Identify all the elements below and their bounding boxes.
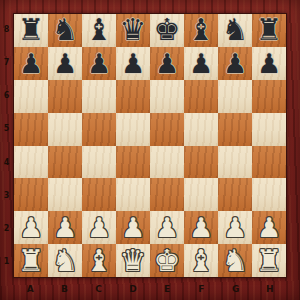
rank-label-3: 3 xyxy=(0,179,13,212)
square-h7[interactable]: ♟ xyxy=(252,47,286,80)
piece-white-pawn: ♟ xyxy=(87,214,111,241)
square-e8[interactable]: ♚ xyxy=(150,14,184,47)
square-g1[interactable]: ♞ xyxy=(218,244,252,277)
piece-black-king: ♚ xyxy=(154,15,181,45)
piece-black-knight: ♞ xyxy=(52,15,79,45)
piece-white-queen: ♛ xyxy=(120,246,147,276)
piece-black-pawn: ♟ xyxy=(53,50,77,77)
piece-white-pawn: ♟ xyxy=(121,214,145,241)
square-g2[interactable]: ♟ xyxy=(218,211,252,244)
square-e5[interactable] xyxy=(150,113,184,146)
piece-black-bishop: ♝ xyxy=(188,15,215,45)
piece-black-pawn: ♟ xyxy=(223,50,247,77)
square-c1[interactable]: ♝ xyxy=(82,244,116,277)
file-label-g: G xyxy=(219,278,253,300)
piece-white-bishop: ♝ xyxy=(86,246,113,276)
square-d7[interactable]: ♟ xyxy=(116,47,150,80)
piece-black-rook: ♜ xyxy=(18,15,45,45)
file-label-b: B xyxy=(47,278,81,300)
piece-black-pawn: ♟ xyxy=(257,50,281,77)
piece-white-king: ♚ xyxy=(154,246,181,276)
square-h2[interactable]: ♟ xyxy=(252,211,286,244)
piece-white-pawn: ♟ xyxy=(189,214,213,241)
square-c3[interactable] xyxy=(82,178,116,211)
square-f6[interactable] xyxy=(184,80,218,113)
square-g6[interactable] xyxy=(218,80,252,113)
square-g4[interactable] xyxy=(218,146,252,179)
square-b3[interactable] xyxy=(48,178,82,211)
square-a7[interactable]: ♟ xyxy=(14,47,48,80)
square-f5[interactable] xyxy=(184,113,218,146)
square-g5[interactable] xyxy=(218,113,252,146)
square-d3[interactable] xyxy=(116,178,150,211)
piece-black-pawn: ♟ xyxy=(189,50,213,77)
rank-label-7: 7 xyxy=(0,46,13,79)
square-d4[interactable] xyxy=(116,146,150,179)
square-f3[interactable] xyxy=(184,178,218,211)
piece-white-rook: ♜ xyxy=(256,246,283,276)
square-e7[interactable]: ♟ xyxy=(150,47,184,80)
square-d2[interactable]: ♟ xyxy=(116,211,150,244)
square-h3[interactable] xyxy=(252,178,286,211)
square-c8[interactable]: ♝ xyxy=(82,14,116,47)
square-b4[interactable] xyxy=(48,146,82,179)
piece-black-queen: ♛ xyxy=(120,15,147,45)
square-h5[interactable] xyxy=(252,113,286,146)
square-a4[interactable] xyxy=(14,146,48,179)
piece-black-pawn: ♟ xyxy=(155,50,179,77)
rank-label-4: 4 xyxy=(0,146,13,179)
square-e1[interactable]: ♚ xyxy=(150,244,184,277)
square-f8[interactable]: ♝ xyxy=(184,14,218,47)
square-c6[interactable] xyxy=(82,80,116,113)
piece-white-pawn: ♟ xyxy=(223,214,247,241)
piece-white-knight: ♞ xyxy=(222,246,249,276)
square-e3[interactable] xyxy=(150,178,184,211)
square-f4[interactable] xyxy=(184,146,218,179)
file-label-h: H xyxy=(253,278,287,300)
square-d5[interactable] xyxy=(116,113,150,146)
rank-label-5: 5 xyxy=(0,112,13,145)
square-c7[interactable]: ♟ xyxy=(82,47,116,80)
rank-label-2: 2 xyxy=(0,212,13,245)
piece-black-rook: ♜ xyxy=(256,15,283,45)
square-h8[interactable]: ♜ xyxy=(252,14,286,47)
piece-black-bishop: ♝ xyxy=(86,15,113,45)
piece-white-bishop: ♝ xyxy=(188,246,215,276)
file-label-c: C xyxy=(82,278,116,300)
rank-label-8: 8 xyxy=(0,13,13,46)
square-g7[interactable]: ♟ xyxy=(218,47,252,80)
square-d1[interactable]: ♛ xyxy=(116,244,150,277)
square-b5[interactable] xyxy=(48,113,82,146)
rank-label-1: 1 xyxy=(0,245,13,278)
square-b2[interactable]: ♟ xyxy=(48,211,82,244)
square-c4[interactable] xyxy=(82,146,116,179)
square-e2[interactable]: ♟ xyxy=(150,211,184,244)
square-d8[interactable]: ♛ xyxy=(116,14,150,47)
piece-black-pawn: ♟ xyxy=(121,50,145,77)
square-a8[interactable]: ♜ xyxy=(14,14,48,47)
square-e6[interactable] xyxy=(150,80,184,113)
file-labels: ABCDEFGH xyxy=(13,278,287,300)
square-f2[interactable]: ♟ xyxy=(184,211,218,244)
square-f1[interactable]: ♝ xyxy=(184,244,218,277)
piece-white-pawn: ♟ xyxy=(53,214,77,241)
piece-black-pawn: ♟ xyxy=(19,50,43,77)
square-b6[interactable] xyxy=(48,80,82,113)
file-label-d: D xyxy=(116,278,150,300)
piece-white-pawn: ♟ xyxy=(257,214,281,241)
square-d6[interactable] xyxy=(116,80,150,113)
square-a5[interactable] xyxy=(14,113,48,146)
square-c5[interactable] xyxy=(82,113,116,146)
file-label-a: A xyxy=(13,278,47,300)
square-f7[interactable]: ♟ xyxy=(184,47,218,80)
file-label-e: E xyxy=(150,278,184,300)
square-c2[interactable]: ♟ xyxy=(82,211,116,244)
board: ♜♞♝♛♚♝♞♜♟♟♟♟♟♟♟♟♟♟♟♟♟♟♟♟♜♞♝♛♚♝♞♜ xyxy=(13,13,287,278)
piece-black-knight: ♞ xyxy=(222,15,249,45)
file-label-f: F xyxy=(184,278,218,300)
piece-white-pawn: ♟ xyxy=(155,214,179,241)
square-e4[interactable] xyxy=(150,146,184,179)
piece-black-pawn: ♟ xyxy=(87,50,111,77)
piece-white-rook: ♜ xyxy=(18,246,45,276)
rank-labels: 87654321 xyxy=(0,13,13,278)
piece-white-pawn: ♟ xyxy=(19,214,43,241)
square-h4[interactable] xyxy=(252,146,286,179)
square-h1[interactable]: ♜ xyxy=(252,244,286,277)
square-a1[interactable]: ♜ xyxy=(14,244,48,277)
square-a2[interactable]: ♟ xyxy=(14,211,48,244)
rank-label-6: 6 xyxy=(0,79,13,112)
square-b7[interactable]: ♟ xyxy=(48,47,82,80)
square-b1[interactable]: ♞ xyxy=(48,244,82,277)
square-h6[interactable] xyxy=(252,80,286,113)
chess-board-diagram: 87654321 ♜♞♝♛♚♝♞♜♟♟♟♟♟♟♟♟♟♟♟♟♟♟♟♟♜♞♝♛♚♝♞… xyxy=(0,0,300,300)
square-a6[interactable] xyxy=(14,80,48,113)
square-b8[interactable]: ♞ xyxy=(48,14,82,47)
square-g3[interactable] xyxy=(218,178,252,211)
piece-white-knight: ♞ xyxy=(52,246,79,276)
square-g8[interactable]: ♞ xyxy=(218,14,252,47)
square-a3[interactable] xyxy=(14,178,48,211)
